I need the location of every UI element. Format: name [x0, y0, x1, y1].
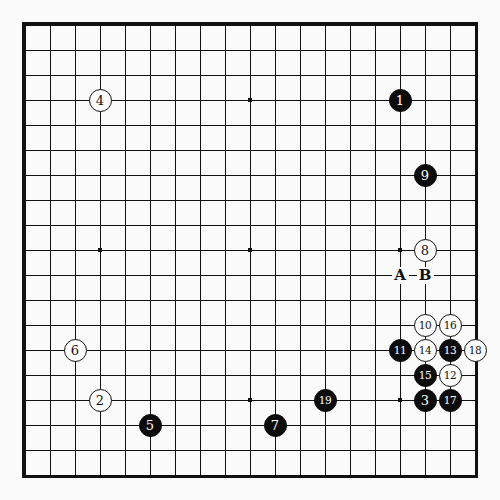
stone-black-7-L3: 7: [264, 414, 287, 437]
go-board[interactable]: AB12345678910111213141516171819: [0, 0, 500, 500]
stone-black-1-Q16: 1: [389, 89, 412, 112]
star-point: [248, 248, 252, 252]
go-diagram: AB12345678910111213141516171819: [0, 0, 500, 500]
stone-black-13-S6: 13: [439, 339, 462, 362]
star-point: [248, 398, 252, 402]
stone-black-3-R4: 3: [414, 389, 437, 412]
stone-black-11-Q6: 11: [389, 339, 412, 362]
star-point: [398, 398, 402, 402]
stone-white-12-S5: 12: [439, 364, 462, 387]
stone-white-10-R7: 10: [414, 314, 437, 337]
stone-white-2-D4: 2: [89, 389, 112, 412]
stone-black-5-F3: 5: [139, 414, 162, 437]
stone-black-15-R5: 15: [414, 364, 437, 387]
stone-black-17-S4: 17: [439, 389, 462, 412]
stone-black-19-N4: 19: [314, 389, 337, 412]
star-point: [98, 248, 102, 252]
stone-white-18-T6: 18: [464, 339, 487, 362]
stone-white-16-S7: 16: [439, 314, 462, 337]
point-label-B: B: [417, 267, 434, 284]
stone-white-4-D16: 4: [89, 89, 112, 112]
stone-white-6-C6: 6: [64, 339, 87, 362]
stone-white-14-R6: 14: [414, 339, 437, 362]
star-point: [248, 98, 252, 102]
stone-white-8-R10: 8: [414, 239, 437, 262]
stone-black-9-R13: 9: [414, 164, 437, 187]
point-label-A: A: [392, 267, 409, 284]
star-point: [398, 248, 402, 252]
